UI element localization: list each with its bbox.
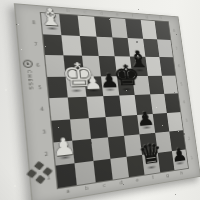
rank-label-left-6: 6 xyxy=(33,63,43,68)
rank-label-left-4: 4 xyxy=(37,106,47,112)
speck xyxy=(5,89,7,91)
chess-board xyxy=(41,13,188,188)
black-pawn-h1[interactable]: ♟ xyxy=(168,145,191,166)
white-pawn-a2[interactable]: ♟ xyxy=(48,133,78,161)
speck xyxy=(151,193,152,194)
pawn-icon: ♟ xyxy=(133,109,158,131)
rank-label-right-4: 4 xyxy=(180,100,187,105)
speck xyxy=(175,194,176,195)
square-a1[interactable] xyxy=(56,163,77,188)
square-h8[interactable] xyxy=(154,21,170,40)
speck xyxy=(14,185,16,187)
rank-label-right-5: 5 xyxy=(178,82,185,86)
pawn-icon: ♟ xyxy=(168,145,191,166)
black-pawn-f3[interactable]: ♟ xyxy=(133,109,158,131)
rank-label-left-3: 3 xyxy=(39,129,49,135)
rank-label-right-7: 7 xyxy=(173,46,180,50)
chessboard-photo-scene: ♞ CHESS aabbccddeeffgghh8877665544332211… xyxy=(0,0,200,200)
black-queen-f1[interactable]: ♛ xyxy=(137,140,163,171)
rank-label-right-2: 2 xyxy=(185,136,192,141)
bishop-icon: ♝ xyxy=(36,4,66,31)
white-bishop-a8[interactable]: ♝ xyxy=(36,4,66,31)
square-b4[interactable] xyxy=(68,97,88,119)
square-h5[interactable] xyxy=(162,75,178,94)
rank-label-right-3: 3 xyxy=(183,118,190,123)
rank-label-left-5: 5 xyxy=(35,85,45,90)
queen-icon: ♛ xyxy=(137,140,163,171)
square-h3[interactable] xyxy=(167,112,183,132)
rank-label-left-7: 7 xyxy=(31,41,41,46)
square-b7[interactable] xyxy=(62,35,82,56)
bishop-icon: ♝ xyxy=(125,47,150,71)
speck xyxy=(142,9,143,10)
square-h7[interactable] xyxy=(157,39,173,57)
square-h6[interactable] xyxy=(159,57,175,75)
speck xyxy=(138,9,139,10)
rank-label-right-8: 8 xyxy=(171,29,178,33)
brand-logo-icon: ♞ xyxy=(23,60,34,68)
chess-board-3d-wrapper: ♞ CHESS aabbccddeeffgghh8877665544332211… xyxy=(41,13,188,188)
pawn-icon: ♟ xyxy=(48,133,78,161)
rank-label-right-6: 6 xyxy=(175,64,182,68)
square-b1[interactable] xyxy=(75,160,95,185)
square-a7[interactable] xyxy=(43,34,64,55)
square-h4[interactable] xyxy=(164,93,180,112)
square-a4[interactable] xyxy=(49,97,70,120)
black-bishop-f6[interactable]: ♝ xyxy=(125,47,150,71)
